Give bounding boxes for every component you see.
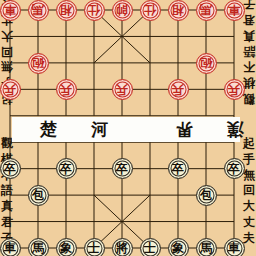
board-point-r9c4: 將: [108, 235, 136, 256]
board-point-r0c1: 馬: [24, 0, 52, 23]
piece-red-chariot-r0c0[interactable]: 車: [0, 0, 21, 21]
piece-glyph: 兵: [116, 84, 128, 96]
piece-glyph: 馬: [32, 4, 44, 16]
piece-glyph: 卒: [228, 163, 240, 175]
piece-red-general-r0c4[interactable]: 帥: [112, 0, 133, 21]
board-point-r9c3: 士: [80, 235, 108, 256]
board-point-r3c0: 兵: [0, 76, 24, 102]
piece-red-horse-r0c7[interactable]: 馬: [196, 0, 217, 21]
piece-black-advisor-r9c3[interactable]: 士: [84, 238, 105, 256]
piece-glyph: 卒: [60, 163, 72, 175]
board-point-r9c8: 車: [220, 235, 248, 256]
piece-glyph: 相: [60, 4, 72, 16]
piece-red-pawn-r3c8[interactable]: 兵: [224, 79, 245, 100]
board-point-r9c7: 馬: [192, 235, 220, 256]
piece-black-horse-r9c1[interactable]: 馬: [28, 238, 49, 256]
piece-red-pawn-r3c6[interactable]: 兵: [168, 79, 189, 100]
piece-glyph: 將: [116, 242, 128, 254]
board-point-r0c5: 仕: [136, 0, 164, 23]
board-point-r9c2: 象: [52, 235, 80, 256]
board-point-r6c4: 卒: [108, 156, 136, 182]
piece-red-chariot-r0c8[interactable]: 車: [224, 0, 245, 21]
piece-red-elephant-r0c2[interactable]: 相: [56, 0, 77, 21]
piece-glyph: 包: [200, 189, 212, 201]
piece-grid: 車馬相仕帥仕相馬車砲砲兵兵兵兵兵卒卒卒卒卒包包車馬象士將士象馬車: [0, 0, 248, 256]
piece-glyph: 砲: [32, 57, 44, 69]
board-point-r6c0: 卒: [0, 156, 24, 182]
piece-red-advisor-r0c5[interactable]: 仕: [140, 0, 161, 21]
board-point-r9c1: 馬: [24, 235, 52, 256]
piece-glyph: 車: [228, 242, 240, 254]
piece-black-pawn-r6c2[interactable]: 卒: [56, 158, 77, 179]
piece-black-pawn-r6c0[interactable]: 卒: [0, 158, 21, 179]
piece-glyph: 士: [144, 242, 156, 254]
piece-glyph: 帥: [116, 4, 128, 16]
piece-red-cannon-r2c7[interactable]: 砲: [196, 53, 217, 74]
piece-glyph: 兵: [172, 84, 184, 96]
piece-black-pawn-r6c8[interactable]: 卒: [224, 158, 245, 179]
piece-glyph: 砲: [200, 57, 212, 69]
board-point-r0c6: 相: [164, 0, 192, 23]
board-point-r7c1: 包: [24, 182, 52, 208]
board-point-r3c8: 兵: [220, 76, 248, 102]
piece-black-horse-r9c7[interactable]: 馬: [196, 238, 217, 256]
piece-glyph: 卒: [116, 163, 128, 175]
piece-glyph: 馬: [32, 242, 44, 254]
piece-glyph: 象: [172, 242, 184, 254]
xiangqi-board: 楚 河 漢 界 起手無回大丈夫 觀棋不語真君子 觀棋不語真君子 起手無回大丈夫 …: [0, 0, 256, 256]
board-point-r9c5: 士: [136, 235, 164, 256]
piece-black-general-r9c4[interactable]: 將: [112, 238, 133, 256]
piece-glyph: 車: [4, 4, 16, 16]
piece-red-elephant-r0c6[interactable]: 相: [168, 0, 189, 21]
piece-black-cannon-r7c1[interactable]: 包: [28, 185, 49, 206]
board-point-r2c7: 砲: [192, 50, 220, 76]
piece-glyph: 包: [32, 189, 44, 201]
board-point-r3c4: 兵: [108, 76, 136, 102]
board-point-r6c8: 卒: [220, 156, 248, 182]
piece-red-pawn-r3c4[interactable]: 兵: [112, 79, 133, 100]
board-point-r3c6: 兵: [164, 76, 192, 102]
piece-glyph: 象: [60, 242, 72, 254]
piece-glyph: 車: [228, 4, 240, 16]
piece-glyph: 卒: [4, 163, 16, 175]
board-point-r6c2: 卒: [52, 156, 80, 182]
board-point-r0c7: 馬: [192, 0, 220, 23]
piece-red-cannon-r2c1[interactable]: 砲: [28, 53, 49, 74]
piece-black-chariot-r9c8[interactable]: 車: [224, 238, 245, 256]
piece-glyph: 仕: [144, 4, 156, 16]
piece-glyph: 馬: [200, 242, 212, 254]
board-point-r0c3: 仕: [80, 0, 108, 23]
board-point-r3c2: 兵: [52, 76, 80, 102]
board-point-r0c0: 車: [0, 0, 24, 23]
piece-red-pawn-r3c0[interactable]: 兵: [0, 79, 21, 100]
piece-black-advisor-r9c5[interactable]: 士: [140, 238, 161, 256]
piece-black-elephant-r9c6[interactable]: 象: [168, 238, 189, 256]
board-point-r9c6: 象: [164, 235, 192, 256]
piece-glyph: 兵: [60, 84, 72, 96]
piece-glyph: 士: [88, 242, 100, 254]
piece-red-horse-r0c1[interactable]: 馬: [28, 0, 49, 21]
piece-glyph: 相: [172, 4, 184, 16]
piece-glyph: 兵: [4, 84, 16, 96]
piece-glyph: 卒: [172, 163, 184, 175]
piece-black-pawn-r6c6[interactable]: 卒: [168, 158, 189, 179]
piece-red-advisor-r0c3[interactable]: 仕: [84, 0, 105, 21]
board-point-r0c8: 車: [220, 0, 248, 23]
board-point-r0c4: 帥: [108, 0, 136, 23]
board-point-r9c0: 車: [0, 235, 24, 256]
piece-red-pawn-r3c2[interactable]: 兵: [56, 79, 77, 100]
piece-glyph: 仕: [88, 4, 100, 16]
piece-glyph: 馬: [200, 4, 212, 16]
piece-glyph: 車: [4, 242, 16, 254]
board-point-r0c2: 相: [52, 0, 80, 23]
piece-black-elephant-r9c2[interactable]: 象: [56, 238, 77, 256]
piece-black-chariot-r9c0[interactable]: 車: [0, 238, 21, 256]
board-point-r2c1: 砲: [24, 50, 52, 76]
piece-black-cannon-r7c7[interactable]: 包: [196, 185, 217, 206]
board-point-r6c6: 卒: [164, 156, 192, 182]
piece-glyph: 兵: [228, 84, 240, 96]
board-point-r7c7: 包: [192, 182, 220, 208]
piece-black-pawn-r6c4[interactable]: 卒: [112, 158, 133, 179]
